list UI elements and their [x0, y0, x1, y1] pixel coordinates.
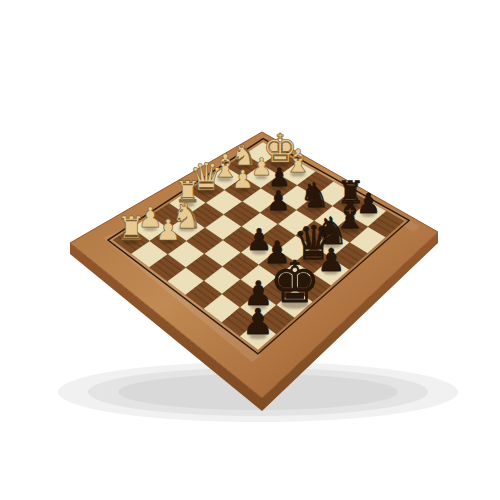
piece-white-rook[interactable]: ♜ — [117, 212, 147, 245]
piece-white-pawn[interactable]: ♟ — [232, 168, 254, 193]
piece-white-pawn[interactable]: ♟ — [155, 216, 181, 245]
piece-black-king[interactable]: ♚ — [269, 254, 320, 311]
product-photo: ♚♞♝♟♝♟♟♛♜♜♞♟♟♟♞♝♜♟♞♟♛♟♟♚♟♟ — [0, 0, 500, 500]
piece-black-pawn[interactable]: ♟ — [242, 305, 274, 341]
piece-black-pawn[interactable]: ♟ — [317, 244, 345, 276]
piece-black-pawn[interactable]: ♟ — [266, 188, 290, 215]
